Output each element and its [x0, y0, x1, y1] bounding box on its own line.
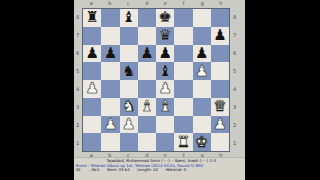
- square-f2[interactable]: [174, 116, 192, 134]
- chess-board: ♜♝♚♛♟♟♟♟♟♟♞♝♟♟♟♞♝♝♛♟♟♟♜♚: [82, 8, 230, 152]
- rank-label-6: 6: [231, 44, 238, 62]
- square-c1[interactable]: [120, 133, 138, 151]
- black-bishop-e5: ♝: [158, 64, 171, 79]
- square-c8[interactable]: ♝: [120, 9, 138, 27]
- file-label-a: a: [82, 0, 101, 7]
- file-label-d: d: [138, 0, 157, 7]
- square-g7[interactable]: [193, 27, 211, 45]
- rank-label-5: 5: [231, 62, 238, 80]
- square-c2[interactable]: ♟: [120, 116, 138, 134]
- black-pawn-h7: ♟: [213, 28, 226, 43]
- square-b5[interactable]: [101, 62, 119, 80]
- square-a3[interactable]: [83, 98, 101, 116]
- black-bishop-c8: ♝: [122, 10, 135, 25]
- rank-label-2: 2: [231, 116, 238, 134]
- square-b6[interactable]: ♟: [101, 45, 119, 63]
- square-d2[interactable]: [138, 116, 156, 134]
- file-label-h: h: [212, 0, 231, 7]
- square-b7[interactable]: [101, 27, 119, 45]
- square-g5[interactable]: ♟: [193, 62, 211, 80]
- square-b2[interactable]: ♟: [101, 116, 119, 134]
- rank-labels-left: 87654321: [74, 8, 81, 152]
- square-c7[interactable]: [120, 27, 138, 45]
- black-queen-e7: ♛: [158, 28, 171, 43]
- square-e3[interactable]: ♝: [156, 98, 174, 116]
- square-h8[interactable]: [211, 9, 229, 27]
- rank-label-1: 1: [74, 134, 81, 152]
- square-h5[interactable]: [211, 62, 229, 80]
- video-frame: abcdefgh 87654321 ♜♝♚♛♟♟♟♟♟♟♞♝♟♟♟♞♝♝♛♟♟♟…: [0, 0, 320, 180]
- square-c4[interactable]: [120, 80, 138, 98]
- white-pawn-g5: ♟: [195, 64, 208, 79]
- black-king-e8: ♚: [158, 10, 171, 25]
- square-g8[interactable]: [193, 9, 211, 27]
- black-knight-c5: ♞: [122, 64, 135, 79]
- square-d6[interactable]: ♟: [138, 45, 156, 63]
- square-c6[interactable]: [120, 45, 138, 63]
- square-g2[interactable]: [193, 116, 211, 134]
- square-f8[interactable]: [174, 9, 192, 27]
- square-c5[interactable]: ♞: [120, 62, 138, 80]
- rank-label-5: 5: [74, 62, 81, 80]
- square-e1[interactable]: [156, 133, 174, 151]
- rank-label-8: 8: [74, 8, 81, 26]
- black-pawn-b6: ♟: [104, 46, 117, 61]
- square-b4[interactable]: [101, 80, 119, 98]
- caption-last-move: ...Nc5: [88, 168, 99, 172]
- square-h6[interactable]: [211, 45, 229, 63]
- rank-label-2: 2: [74, 116, 81, 134]
- rank-label-3: 3: [74, 98, 81, 116]
- square-g4[interactable]: [193, 80, 211, 98]
- white-rook-f1: ♜: [177, 135, 190, 150]
- black-pawn-d6: ♟: [140, 46, 153, 61]
- square-h4[interactable]: [211, 80, 229, 98]
- rank-label-8: 8: [231, 8, 238, 26]
- square-d5[interactable]: [138, 62, 156, 80]
- black-pawn-a6: ♟: [85, 46, 98, 61]
- square-a8[interactable]: ♜: [83, 9, 101, 27]
- caption-move-number: 32: [76, 168, 81, 172]
- square-f4[interactable]: [174, 80, 192, 98]
- white-pawn-e4: ♟: [158, 81, 171, 96]
- rank-label-4: 4: [74, 80, 81, 98]
- white-king-g1: ♚: [195, 135, 208, 150]
- square-d1[interactable]: [138, 133, 156, 151]
- square-b8[interactable]: [101, 9, 119, 27]
- square-e2[interactable]: [156, 116, 174, 134]
- chess-viewer-panel: abcdefgh 87654321 ♜♝♚♛♟♟♟♟♟♟♞♝♟♟♟♞♝♝♛♟♟♟…: [74, 0, 245, 180]
- square-e8[interactable]: ♚: [156, 9, 174, 27]
- white-bishop-e3: ♝: [158, 99, 171, 114]
- square-h3[interactable]: ♛: [211, 98, 229, 116]
- square-b3[interactable]: [101, 98, 119, 116]
- square-c3[interactable]: ♞: [120, 98, 138, 116]
- file-label-e: e: [156, 0, 175, 7]
- file-label-c: c: [119, 0, 138, 7]
- square-f1[interactable]: ♜: [174, 133, 192, 151]
- square-e5[interactable]: ♝: [156, 62, 174, 80]
- white-pawn-a4: ♟: [85, 81, 98, 96]
- square-g6[interactable]: ♟: [193, 45, 211, 63]
- square-a6[interactable]: ♟: [83, 45, 101, 63]
- square-a5[interactable]: [83, 62, 101, 80]
- rank-label-7: 7: [74, 26, 81, 44]
- square-a7[interactable]: [83, 27, 101, 45]
- white-bishop-d3: ♝: [140, 99, 153, 114]
- white-knight-c3: ♞: [122, 99, 135, 114]
- rank-labels-right: 87654321: [231, 8, 238, 152]
- file-labels-top: abcdefgh: [82, 0, 230, 7]
- square-h1[interactable]: [211, 133, 229, 151]
- square-d3[interactable]: ♝: [138, 98, 156, 116]
- white-pawn-b2: ♟: [104, 117, 117, 132]
- caption-next-move: Next: 33.b4: [107, 168, 130, 172]
- black-pawn-e6: ♟: [158, 46, 171, 61]
- white-queen-h3: ♛: [213, 99, 226, 114]
- square-b1[interactable]: [101, 133, 119, 151]
- rank-label-3: 3: [231, 98, 238, 116]
- square-a1[interactable]: [83, 133, 101, 151]
- rank-label-7: 7: [231, 26, 238, 44]
- square-e4[interactable]: ♟: [156, 80, 174, 98]
- white-pawn-h2: ♟: [213, 117, 226, 132]
- rank-label-1: 1: [231, 134, 238, 152]
- black-pawn-g6: ♟: [195, 46, 208, 61]
- square-d8[interactable]: [138, 9, 156, 27]
- white-pawn-c2: ♟: [122, 117, 135, 132]
- square-f3[interactable]: [174, 98, 192, 116]
- square-a4[interactable]: ♟: [83, 80, 101, 98]
- square-h2[interactable]: ♟: [211, 116, 229, 134]
- square-e6[interactable]: ♟: [156, 45, 174, 63]
- game-info-caption: Tajaddod, Mohammad Amin (----) -- Nami, …: [74, 157, 245, 180]
- file-label-g: g: [193, 0, 212, 7]
- caption-length: Length: 42: [137, 168, 158, 172]
- file-label-f: f: [175, 0, 194, 7]
- caption-move-info: 32 ...Nc5 Next: 33.b4 Length: 42 Materia…: [76, 168, 245, 172]
- square-g3[interactable]: [193, 98, 211, 116]
- square-f7[interactable]: [174, 27, 192, 45]
- square-e7[interactable]: ♛: [156, 27, 174, 45]
- square-h7[interactable]: ♟: [211, 27, 229, 45]
- rank-label-6: 6: [74, 44, 81, 62]
- square-f6[interactable]: [174, 45, 192, 63]
- square-f5[interactable]: [174, 62, 192, 80]
- square-d4[interactable]: [138, 80, 156, 98]
- square-a2[interactable]: [83, 116, 101, 134]
- file-label-b: b: [101, 0, 120, 7]
- black-rook-a8: ♜: [85, 10, 98, 25]
- square-d7[interactable]: [138, 27, 156, 45]
- rank-label-4: 4: [231, 80, 238, 98]
- square-g1[interactable]: ♚: [193, 133, 211, 151]
- caption-material: Material: 0: [166, 168, 187, 172]
